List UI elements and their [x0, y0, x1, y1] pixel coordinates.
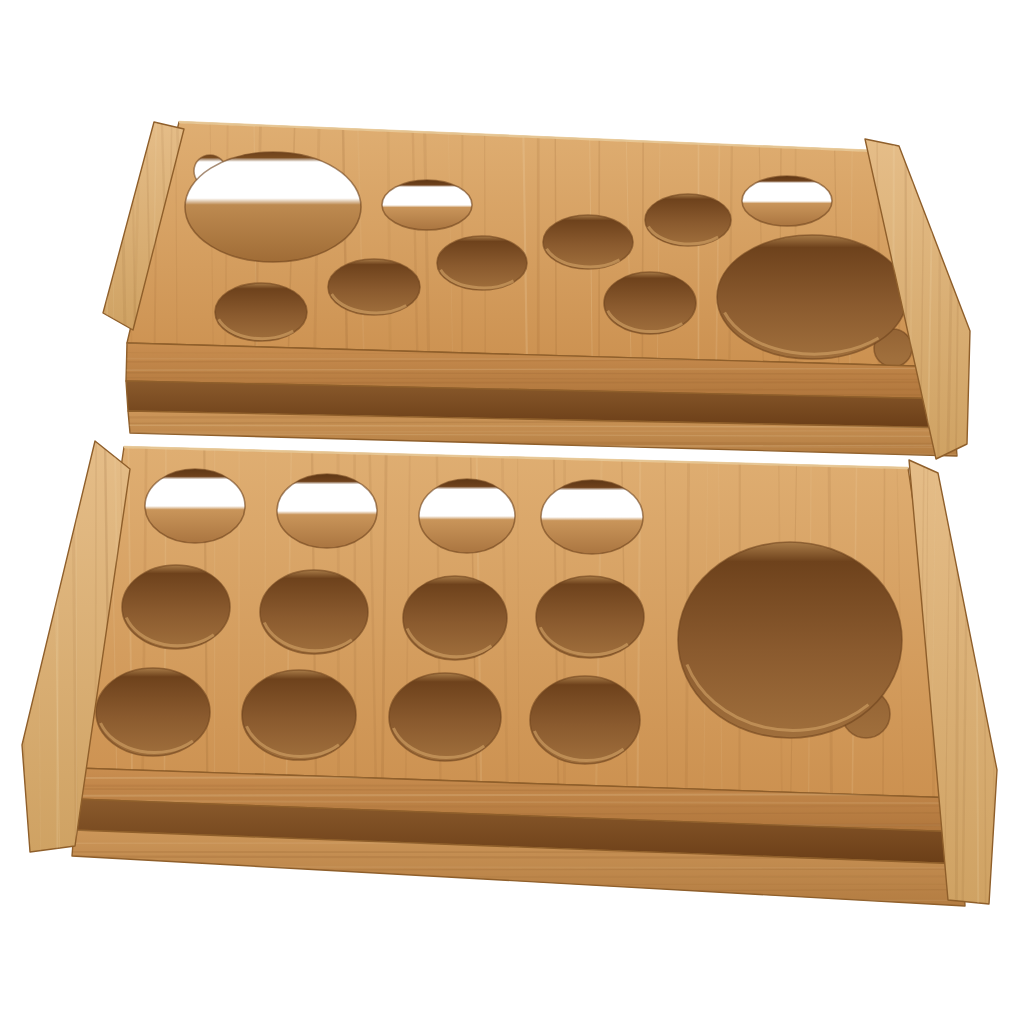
drilled-hole — [604, 272, 696, 334]
drilled-hole — [122, 565, 230, 649]
racks-scene — [0, 0, 1024, 1024]
drilled-hole — [242, 670, 356, 760]
round-hole — [541, 480, 643, 554]
drilled-hole — [145, 469, 245, 543]
spouted-opening — [185, 152, 361, 262]
round-hole — [277, 474, 377, 548]
drilled-hole — [437, 236, 527, 290]
round-hole — [742, 176, 832, 226]
drilled-hole — [185, 152, 361, 262]
drilled-hole — [678, 542, 902, 738]
product-photo — [0, 0, 1024, 1024]
drilled-hole — [277, 474, 377, 548]
drilled-hole — [328, 259, 420, 315]
rack-bottom — [22, 441, 997, 906]
drilled-hole — [260, 570, 368, 654]
round-hole — [145, 469, 245, 543]
spouted-opening — [717, 235, 907, 359]
drilled-hole — [389, 673, 501, 761]
round-hole — [382, 180, 472, 230]
drilled-hole — [536, 576, 644, 658]
drilled-hole — [541, 480, 643, 554]
drilled-hole — [742, 176, 832, 226]
drilled-hole — [403, 576, 507, 660]
drilled-hole — [530, 676, 640, 764]
rack-top — [103, 122, 970, 459]
drilled-hole — [96, 668, 210, 756]
drilled-hole — [543, 215, 633, 269]
drilled-hole — [382, 180, 472, 230]
spouted-opening — [678, 542, 902, 738]
drilled-hole — [645, 194, 731, 246]
drilled-hole — [215, 283, 307, 341]
drilled-hole — [419, 479, 515, 553]
round-hole — [419, 479, 515, 553]
